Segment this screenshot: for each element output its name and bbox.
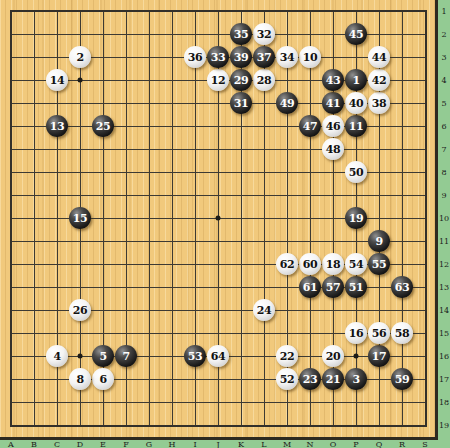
stone-white-24: 24 [253, 299, 275, 321]
stone-white-6: 6 [92, 368, 114, 390]
stone-white-44: 44 [368, 46, 390, 68]
stone-black-9: 9 [368, 230, 390, 252]
stone-white-38: 38 [368, 92, 390, 114]
stone-black-49: 49 [276, 92, 298, 114]
row-label: 2 [438, 31, 450, 39]
stone-white-36: 36 [184, 46, 206, 68]
col-label: C [50, 441, 64, 448]
stone-black-55: 55 [368, 253, 390, 275]
stone-white-10: 10 [299, 46, 321, 68]
stone-black-1: 1 [345, 69, 367, 91]
stone-black-29: 29 [230, 69, 252, 91]
row-label: 9 [438, 192, 450, 200]
stone-black-51: 51 [345, 276, 367, 298]
board-grid: 1234567891011121314151617181920212223242… [0, 0, 435, 437]
stone-black-23: 23 [299, 368, 321, 390]
stone-white-62: 62 [276, 253, 298, 275]
stone-white-52: 52 [276, 368, 298, 390]
stone-black-39: 39 [230, 46, 252, 68]
goban[interactable]: 1234567891011121314151617181920212223242… [0, 0, 438, 440]
star-point [216, 216, 221, 221]
stone-black-37: 37 [253, 46, 275, 68]
stone-white-54: 54 [345, 253, 367, 275]
stone-white-64: 64 [207, 345, 229, 367]
row-label: 8 [438, 169, 450, 177]
stone-black-41: 41 [322, 92, 344, 114]
row-label: 19 [438, 422, 450, 430]
stone-white-40: 40 [345, 92, 367, 114]
row-label: 1 [438, 8, 450, 16]
stone-white-12: 12 [207, 69, 229, 91]
stone-black-13: 13 [46, 115, 68, 137]
stone-white-46: 46 [322, 115, 344, 137]
stone-white-60: 60 [299, 253, 321, 275]
stone-white-50: 50 [345, 161, 367, 183]
stone-white-28: 28 [253, 69, 275, 91]
col-label: A [4, 441, 18, 448]
go-board-diagram: 1234567891011121314151617181920212223242… [0, 0, 450, 448]
row-label: 13 [438, 284, 450, 292]
col-label: O [326, 441, 340, 448]
row-label: 16 [438, 353, 450, 361]
stone-white-2: 2 [69, 46, 91, 68]
stone-white-34: 34 [276, 46, 298, 68]
stone-white-4: 4 [46, 345, 68, 367]
col-label: M [280, 441, 294, 448]
stone-white-26: 26 [69, 299, 91, 321]
stone-black-21: 21 [322, 368, 344, 390]
stone-black-53: 53 [184, 345, 206, 367]
row-label: 17 [438, 376, 450, 384]
stone-white-18: 18 [322, 253, 344, 275]
row-label: 12 [438, 261, 450, 269]
stone-black-43: 43 [322, 69, 344, 91]
star-point [78, 354, 83, 359]
stone-black-31: 31 [230, 92, 252, 114]
row-label: 10 [438, 215, 450, 223]
stone-black-57: 57 [322, 276, 344, 298]
row-label: 4 [438, 77, 450, 85]
stone-black-25: 25 [92, 115, 114, 137]
row-label: 6 [438, 123, 450, 131]
stone-black-11: 11 [345, 115, 367, 137]
stone-white-48: 48 [322, 138, 344, 160]
stone-black-7: 7 [115, 345, 137, 367]
col-label: J [211, 441, 225, 448]
col-label: P [349, 441, 363, 448]
stone-black-45: 45 [345, 23, 367, 45]
col-label: S [418, 441, 432, 448]
col-label: E [96, 441, 110, 448]
star-point [354, 354, 359, 359]
stone-black-61: 61 [299, 276, 321, 298]
col-label: R [395, 441, 409, 448]
stone-black-63: 63 [391, 276, 413, 298]
row-label: 18 [438, 399, 450, 407]
col-label: B [27, 441, 41, 448]
row-label: 7 [438, 146, 450, 154]
row-label: 5 [438, 100, 450, 108]
row-label: 3 [438, 54, 450, 62]
row-label: 14 [438, 307, 450, 315]
col-label: F [119, 441, 133, 448]
stone-white-56: 56 [368, 322, 390, 344]
col-label: H [165, 441, 179, 448]
stone-white-8: 8 [69, 368, 91, 390]
stone-white-20: 20 [322, 345, 344, 367]
stone-white-58: 58 [391, 322, 413, 344]
col-label: D [73, 441, 87, 448]
stone-black-33: 33 [207, 46, 229, 68]
stone-black-5: 5 [92, 345, 114, 367]
row-label: 15 [438, 330, 450, 338]
col-label: G [142, 441, 156, 448]
col-label: Q [372, 441, 386, 448]
stone-white-32: 32 [253, 23, 275, 45]
stone-black-19: 19 [345, 207, 367, 229]
stone-white-42: 42 [368, 69, 390, 91]
col-label: K [234, 441, 248, 448]
col-label: N [303, 441, 317, 448]
stone-black-3: 3 [345, 368, 367, 390]
stone-black-47: 47 [299, 115, 321, 137]
stone-white-14: 14 [46, 69, 68, 91]
stone-white-22: 22 [276, 345, 298, 367]
star-point [78, 78, 83, 83]
stone-black-59: 59 [391, 368, 413, 390]
col-label: I [188, 441, 202, 448]
stone-black-35: 35 [230, 23, 252, 45]
col-label: L [257, 441, 271, 448]
stone-black-15: 15 [69, 207, 91, 229]
stone-black-17: 17 [368, 345, 390, 367]
stone-white-16: 16 [345, 322, 367, 344]
row-label: 11 [438, 238, 450, 246]
